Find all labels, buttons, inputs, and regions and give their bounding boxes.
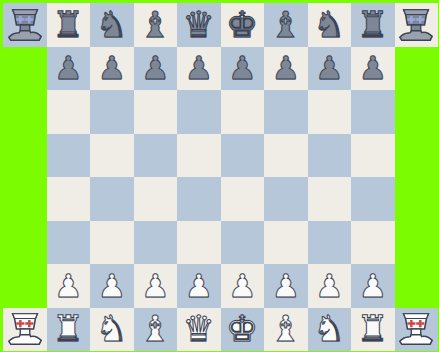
black-bishop-piece[interactable]: ♝ [270,7,302,43]
white-pawn-piece[interactable]: ♟ [141,270,170,302]
square-a5[interactable] [47,134,91,178]
square-f2[interactable]: ♟ [264,264,308,308]
square-c7[interactable]: ♟ [134,47,178,91]
square-h7[interactable]: ♟ [351,47,395,91]
square-h2[interactable]: ♟ [351,264,395,308]
square-f5[interactable] [264,134,308,178]
square-d2[interactable]: ♟ [177,264,221,308]
square-g1[interactable]: ♞ [308,308,352,352]
square-c5[interactable] [134,134,178,178]
corner-square-top-right[interactable] [395,3,439,47]
black-knight-piece[interactable]: ♞ [313,7,345,43]
white-king-piece[interactable]: ♚ [226,311,258,347]
square-g5[interactable] [308,134,352,178]
square-f6[interactable] [264,90,308,134]
corner-square-bottom-left[interactable] [3,308,47,352]
square-b6[interactable] [90,90,134,134]
square-g8[interactable]: ♞ [308,3,352,47]
white-queen-piece[interactable]: ♛ [183,311,215,347]
square-c8[interactable]: ♝ [134,3,178,47]
square-a6[interactable] [47,90,91,134]
square-b1[interactable]: ♞ [90,308,134,352]
square-d8[interactable]: ♛ [177,3,221,47]
white-pawn-piece[interactable]: ♟ [271,270,300,302]
square-e8[interactable]: ♚ [221,3,265,47]
square-a4[interactable] [47,177,91,221]
square-e4[interactable] [221,177,265,221]
square-e2[interactable]: ♟ [221,264,265,308]
white-pawn-piece[interactable]: ♟ [358,270,387,302]
white-corner-piece[interactable] [6,310,44,348]
square-e3[interactable] [221,221,265,265]
white-knight-piece[interactable]: ♞ [96,311,128,347]
white-rook-piece[interactable]: ♜ [52,311,84,347]
square-b7[interactable]: ♟ [90,47,134,91]
black-corner-piece[interactable] [6,6,44,44]
square-f7[interactable]: ♟ [264,47,308,91]
square-d3[interactable] [177,221,221,265]
white-pawn-piece[interactable]: ♟ [184,270,213,302]
black-king-piece[interactable]: ♚ [226,7,258,43]
square-d4[interactable] [177,177,221,221]
black-queen-piece[interactable]: ♛ [183,7,215,43]
corner-square-bottom-right[interactable] [395,308,439,352]
square-a1[interactable]: ♜ [47,308,91,352]
square-d5[interactable] [177,134,221,178]
square-c4[interactable] [134,177,178,221]
black-rook-piece[interactable]: ♜ [357,7,389,43]
square-h4[interactable] [351,177,395,221]
black-pawn-piece[interactable]: ♟ [228,52,257,84]
square-f4[interactable] [264,177,308,221]
square-h8[interactable]: ♜ [351,3,395,47]
square-h3[interactable] [351,221,395,265]
square-a8[interactable]: ♜ [47,3,91,47]
square-h1[interactable]: ♜ [351,308,395,352]
black-rook-piece[interactable]: ♜ [52,7,84,43]
white-knight-piece[interactable]: ♞ [313,311,345,347]
square-g4[interactable] [308,177,352,221]
black-knight-piece[interactable]: ♞ [96,7,128,43]
white-pawn-piece[interactable]: ♟ [54,270,83,302]
black-pawn-piece[interactable]: ♟ [271,52,300,84]
white-bishop-piece[interactable]: ♝ [139,311,171,347]
square-b4[interactable] [90,177,134,221]
square-d1[interactable]: ♛ [177,308,221,352]
white-pawn-piece[interactable]: ♟ [97,270,126,302]
black-pawn-piece[interactable]: ♟ [358,52,387,84]
square-e6[interactable] [221,90,265,134]
black-pawn-piece[interactable]: ♟ [141,52,170,84]
square-f8[interactable]: ♝ [264,3,308,47]
square-e5[interactable] [221,134,265,178]
black-corner-piece[interactable] [397,6,435,44]
square-c2[interactable]: ♟ [134,264,178,308]
square-f1[interactable]: ♝ [264,308,308,352]
square-g7[interactable]: ♟ [308,47,352,91]
square-b5[interactable] [90,134,134,178]
white-corner-piece[interactable] [397,310,435,348]
square-d7[interactable]: ♟ [177,47,221,91]
black-pawn-piece[interactable]: ♟ [54,52,83,84]
square-h6[interactable] [351,90,395,134]
square-c3[interactable] [134,221,178,265]
square-a7[interactable]: ♟ [47,47,91,91]
square-b8[interactable]: ♞ [90,3,134,47]
square-c1[interactable]: ♝ [134,308,178,352]
board: ♜♞♝♛♚♝♞♜♟♟♟♟♟♟♟♟♟♟♟♟♟♟♟♟♜♞♝♛♚♝♞♜ [3,3,438,351]
square-e7[interactable]: ♟ [221,47,265,91]
square-a3[interactable] [47,221,91,265]
square-b3[interactable] [90,221,134,265]
square-b2[interactable]: ♟ [90,264,134,308]
white-bishop-piece[interactable]: ♝ [270,311,302,347]
square-d6[interactable] [177,90,221,134]
black-pawn-piece[interactable]: ♟ [184,52,213,84]
square-c6[interactable] [134,90,178,134]
square-g3[interactable] [308,221,352,265]
black-pawn-piece[interactable]: ♟ [315,52,344,84]
square-g6[interactable] [308,90,352,134]
white-pawn-piece[interactable]: ♟ [228,270,257,302]
white-pawn-piece[interactable]: ♟ [315,270,344,302]
square-a2[interactable]: ♟ [47,264,91,308]
black-pawn-piece[interactable]: ♟ [97,52,126,84]
white-rook-piece[interactable]: ♜ [357,311,389,347]
square-g2[interactable]: ♟ [308,264,352,308]
square-e1[interactable]: ♚ [221,308,265,352]
square-h5[interactable] [351,134,395,178]
corner-square-top-left[interactable] [3,3,47,47]
square-f3[interactable] [264,221,308,265]
table-background: ♜♞♝♛♚♝♞♜♟♟♟♟♟♟♟♟♟♟♟♟♟♟♟♟♜♞♝♛♚♝♞♜ [0,0,439,352]
black-bishop-piece[interactable]: ♝ [139,7,171,43]
